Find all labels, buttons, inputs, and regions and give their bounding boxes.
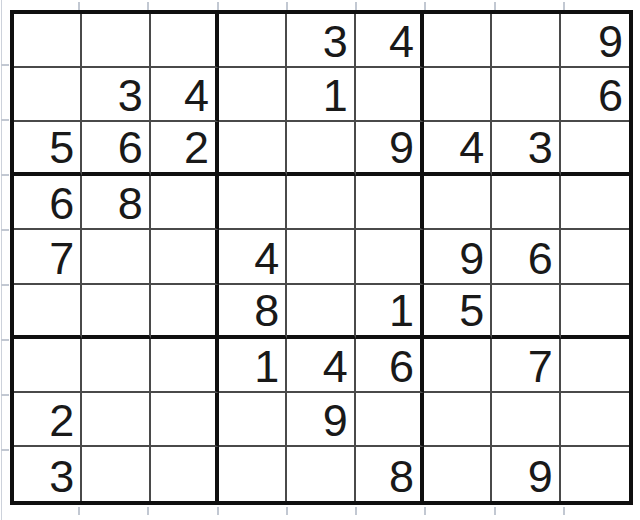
gridline-tick [1, 229, 9, 231]
cell-r5c6[interactable] [356, 230, 424, 284]
cell-r7c6[interactable]: 6 [356, 339, 424, 393]
gridline-tick [217, 507, 219, 515]
cell-r4c9[interactable] [561, 176, 629, 230]
sudoku-board: 3493416562943687496815146729389 [10, 10, 633, 505]
cell-r2c2[interactable]: 3 [82, 68, 150, 122]
cell-r7c5[interactable]: 4 [287, 339, 355, 393]
cell-r5c9[interactable] [561, 230, 629, 284]
cell-r1c6[interactable]: 4 [356, 14, 424, 68]
cell-r7c7[interactable] [424, 339, 492, 393]
cell-r5c2[interactable] [82, 230, 150, 284]
cell-r2c6[interactable] [356, 68, 424, 122]
cell-r4c3[interactable] [151, 176, 219, 230]
cell-r7c1[interactable] [14, 339, 82, 393]
cell-r9c6[interactable]: 8 [356, 447, 424, 501]
cell-r7c8[interactable]: 7 [492, 339, 560, 393]
cell-r3c4[interactable] [219, 122, 287, 176]
cell-r3c2[interactable]: 6 [82, 122, 150, 176]
cell-r2c3[interactable]: 4 [151, 68, 219, 122]
cell-r2c5[interactable]: 1 [287, 68, 355, 122]
cell-r3c8[interactable]: 3 [492, 122, 560, 176]
cell-r2c8[interactable] [492, 68, 560, 122]
cell-r5c7[interactable]: 9 [424, 230, 492, 284]
cell-r9c7[interactable] [424, 447, 492, 501]
cell-r1c1[interactable] [14, 14, 82, 68]
gridline-tick [286, 2, 288, 10]
cell-r4c1[interactable]: 6 [14, 176, 82, 230]
cell-r6c1[interactable] [14, 285, 82, 339]
cell-r3c7[interactable]: 4 [424, 122, 492, 176]
cell-r1c7[interactable] [424, 14, 492, 68]
cell-r6c2[interactable] [82, 285, 150, 339]
gridline-tick [563, 2, 565, 10]
cell-r8c2[interactable] [82, 393, 150, 447]
cell-r9c9[interactable] [561, 447, 629, 501]
gridline-tick [1, 339, 9, 341]
cell-r8c6[interactable] [356, 393, 424, 447]
cell-r5c4[interactable]: 4 [219, 230, 287, 284]
gridline-tick [424, 507, 426, 515]
gridline-tick [494, 2, 496, 10]
cell-r7c2[interactable] [82, 339, 150, 393]
cell-r4c2[interactable]: 8 [82, 176, 150, 230]
gridline-tick [494, 507, 496, 515]
cell-r1c2[interactable] [82, 14, 150, 68]
gridline-tick [563, 507, 565, 515]
cell-r2c4[interactable] [219, 68, 287, 122]
cell-r6c5[interactable] [287, 285, 355, 339]
cell-r4c4[interactable] [219, 176, 287, 230]
cell-r3c3[interactable]: 2 [151, 122, 219, 176]
cell-r9c3[interactable] [151, 447, 219, 501]
gridline-tick [78, 2, 80, 10]
gridline-tick [1, 284, 9, 286]
gridline-tick [355, 2, 357, 10]
gridline-tick [286, 507, 288, 515]
spreadsheet-canvas: 3493416562943687496815146729389 [0, 0, 640, 520]
cell-r9c5[interactable] [287, 447, 355, 501]
cell-r1c5[interactable]: 3 [287, 14, 355, 68]
gridline-tick [1, 64, 9, 66]
cell-r1c8[interactable] [492, 14, 560, 68]
gridline-tick [147, 2, 149, 10]
cell-r4c7[interactable] [424, 176, 492, 230]
gridline-tick [1, 394, 9, 396]
cell-r4c5[interactable] [287, 176, 355, 230]
gridline-tick [424, 2, 426, 10]
gridline-tick [78, 507, 80, 515]
cell-r6c4[interactable]: 8 [219, 285, 287, 339]
cell-r8c5[interactable]: 9 [287, 393, 355, 447]
gridline-tick [1, 449, 9, 451]
gridline-tick [1, 174, 9, 176]
gridline-tick [217, 2, 219, 10]
cell-r9c4[interactable] [219, 447, 287, 501]
cell-r4c8[interactable] [492, 176, 560, 230]
cell-r7c4[interactable]: 1 [219, 339, 287, 393]
gridline-tick [355, 507, 357, 515]
cell-r1c9[interactable]: 9 [561, 14, 629, 68]
cell-r6c8[interactable] [492, 285, 560, 339]
cell-r1c3[interactable] [151, 14, 219, 68]
cell-r7c9[interactable] [561, 339, 629, 393]
cell-r8c1[interactable]: 2 [14, 393, 82, 447]
cell-r3c5[interactable] [287, 122, 355, 176]
cell-r8c8[interactable] [492, 393, 560, 447]
cell-r8c9[interactable] [561, 393, 629, 447]
cell-r6c3[interactable] [151, 285, 219, 339]
cell-r6c7[interactable]: 5 [424, 285, 492, 339]
cell-r2c9[interactable]: 6 [561, 68, 629, 122]
cell-r1c4[interactable] [219, 14, 287, 68]
cell-r9c8[interactable]: 9 [492, 447, 560, 501]
cell-r6c9[interactable] [561, 285, 629, 339]
spreadsheet-gridline-left [1, 0, 2, 520]
gridline-tick [1, 119, 9, 121]
cell-r5c5[interactable] [287, 230, 355, 284]
cell-r9c2[interactable] [82, 447, 150, 501]
cell-r7c3[interactable] [151, 339, 219, 393]
cell-r8c4[interactable] [219, 393, 287, 447]
cell-r5c1[interactable]: 7 [14, 230, 82, 284]
cell-r6c6[interactable]: 1 [356, 285, 424, 339]
cell-r2c1[interactable] [14, 68, 82, 122]
cell-r8c7[interactable] [424, 393, 492, 447]
cell-r9c1[interactable]: 3 [14, 447, 82, 501]
cell-r8c3[interactable] [151, 393, 219, 447]
gridline-tick [147, 507, 149, 515]
cell-r5c8[interactable]: 6 [492, 230, 560, 284]
cell-r5c3[interactable] [151, 230, 219, 284]
cell-r3c6[interactable]: 9 [356, 122, 424, 176]
cell-r4c6[interactable] [356, 176, 424, 230]
cell-r3c9[interactable] [561, 122, 629, 176]
cell-r2c7[interactable] [424, 68, 492, 122]
cell-r3c1[interactable]: 5 [14, 122, 82, 176]
